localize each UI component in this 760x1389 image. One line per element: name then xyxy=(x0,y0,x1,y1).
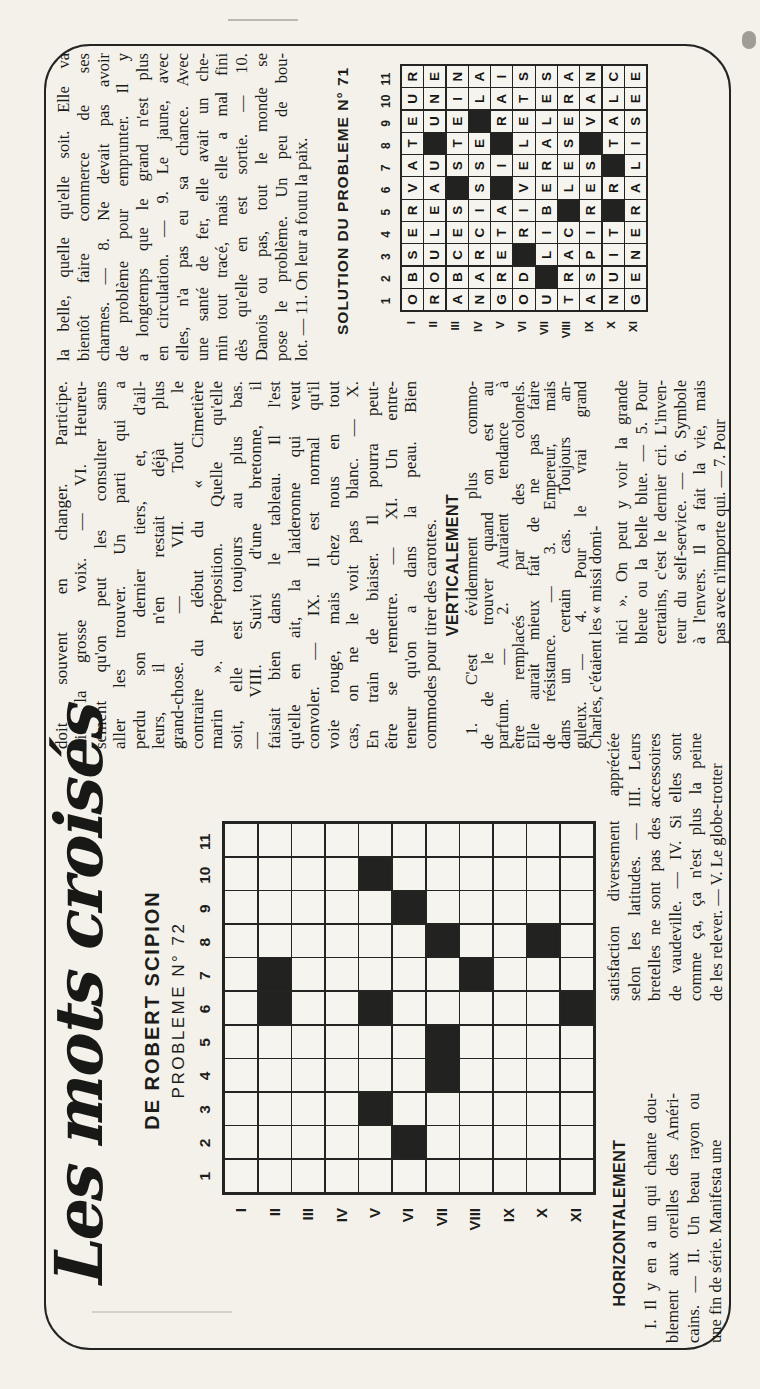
grid-label: 1 xyxy=(196,1160,218,1193)
cell-II-4: L xyxy=(424,222,445,243)
cell-XI-4 xyxy=(561,1059,593,1091)
cell-VI-6: V xyxy=(513,178,534,199)
cell-VIII-1 xyxy=(460,1160,492,1192)
cell-III-11: N xyxy=(447,66,468,87)
cell-III-5: S xyxy=(447,200,468,221)
cell-XI-11: E xyxy=(625,66,646,87)
cell-X-9 xyxy=(527,891,559,923)
grid-label: X xyxy=(600,315,622,349)
cell-VIII-11 xyxy=(460,824,492,856)
clues-horizontal-middle: satisfaction diversement appréciéeselon … xyxy=(604,733,728,1001)
cell-XI-2: E xyxy=(625,267,646,288)
text-line: une santé de fer, elle avait un che- xyxy=(193,53,213,361)
cell-III-4: E xyxy=(447,222,468,243)
problem-grid-column-labels: 1234567891011 xyxy=(196,825,218,1193)
scan-artifact xyxy=(742,31,756,49)
solution-grid-row-labels: IIIIIIIVVVIVIIVIIIIXXXI xyxy=(400,315,644,349)
cell-IV-6: S xyxy=(469,178,490,199)
cell-IX-1 xyxy=(494,1160,526,1192)
text-line: à l'envers. Il a fait la vie, mais xyxy=(690,380,710,644)
cell-VIII-3: A xyxy=(558,244,579,265)
cell-X-7-black xyxy=(603,155,624,176)
cell-VIII-7: E xyxy=(558,155,579,176)
cell-IX-10 xyxy=(494,858,526,890)
cell-VII-5-black xyxy=(427,1026,459,1058)
cell-X-11 xyxy=(527,824,559,856)
cell-VI-6 xyxy=(393,992,425,1024)
cell-VII-6: E xyxy=(536,178,557,199)
cell-XI-11 xyxy=(561,824,593,856)
cell-VII-3: L xyxy=(536,244,557,265)
cell-I-1 xyxy=(225,1160,257,1192)
cell-IV-9 xyxy=(326,891,358,923)
grid-label: 9 xyxy=(196,892,218,925)
text-line: nici ». On peut y voir la grande xyxy=(612,380,632,644)
grid-label: III xyxy=(291,1199,324,1243)
cell-IV-11 xyxy=(326,824,358,856)
cell-VII-10: E xyxy=(536,88,557,109)
grid-label: IX xyxy=(492,1199,525,1243)
cell-VI-10 xyxy=(393,858,425,890)
cell-IX-8 xyxy=(494,925,526,957)
cell-IV-8 xyxy=(326,925,358,957)
text-line: lot. — 11. On leur a foutu la paix. xyxy=(292,53,312,361)
cell-VIII-5 xyxy=(460,1026,492,1058)
cell-V-5: A xyxy=(491,200,512,221)
text-line: contraire du début du « Cimetière xyxy=(188,381,207,749)
cell-IX-8-black xyxy=(580,133,601,154)
cell-VII-3 xyxy=(427,1093,459,1125)
text-line: de résistance. — 3. Empereur, mais xyxy=(542,381,558,749)
cell-VIII-8 xyxy=(460,925,492,957)
cell-IV-7: S xyxy=(469,155,490,176)
grid-label: 3 xyxy=(379,245,397,267)
grid-label: VII xyxy=(533,315,555,349)
grid-label: 11 xyxy=(379,68,397,90)
cell-II-10 xyxy=(259,858,291,890)
text-line: marin ». Préposition. Quelle qu'elle xyxy=(207,381,226,749)
cell-XI-8: I xyxy=(625,133,646,154)
cell-XI-10: E xyxy=(625,88,646,109)
cell-VIII-5-black xyxy=(558,200,579,221)
text-line: être se remettre. — XI. Un entre- xyxy=(382,381,401,749)
text-line: Fit la grosse voix. — VI. Heureu- xyxy=(71,381,90,749)
text-line: — VIII. Suivi d'une bretonne, il xyxy=(246,381,265,749)
text-line: cains. — II. Un beau rayon ou xyxy=(683,1093,705,1343)
cell-V-6-black xyxy=(491,178,512,199)
text-line: guleux. — 4. Pour le vrai grand xyxy=(573,381,589,749)
text-line: I. Il y en a un qui chante dou- xyxy=(640,1093,662,1343)
cell-III-3: C xyxy=(447,244,468,265)
cell-VI-2-black xyxy=(393,1126,425,1158)
cell-II-7: U xyxy=(424,155,445,176)
cell-III-2 xyxy=(292,1126,324,1158)
cell-X-2: U xyxy=(603,267,624,288)
cell-III-5 xyxy=(292,1026,324,1058)
cell-IV-11: A xyxy=(469,66,490,87)
cell-I-2: B xyxy=(402,267,423,288)
cell-VIII-4 xyxy=(460,1059,492,1091)
cell-II-7-black xyxy=(259,958,291,990)
cell-I-8 xyxy=(225,925,257,957)
text-line: blement aux oreilles des Améri- xyxy=(662,1093,684,1343)
cell-I-10: U xyxy=(402,88,423,109)
cell-IX-10: A xyxy=(580,88,601,109)
grid-label: 2 xyxy=(196,1126,218,1159)
cell-XI-9: S xyxy=(625,111,646,132)
cell-XI-5: R xyxy=(625,200,646,221)
cell-V-2 xyxy=(359,1126,391,1158)
text-line: convoler. — IX. Il est normal qu'il xyxy=(304,381,323,749)
cell-IV-4: C xyxy=(469,222,490,243)
cell-VII-11 xyxy=(427,824,459,856)
grid-label: IX xyxy=(578,315,600,349)
cell-VI-3 xyxy=(393,1093,425,1125)
cell-IX-7: S xyxy=(580,155,601,176)
cell-V-4 xyxy=(359,1059,391,1091)
text-line: min tout tracé, mais elle a mal fini xyxy=(212,53,232,361)
text-line: pose le problème. Un peu de bou- xyxy=(272,53,292,361)
cell-XI-6: A xyxy=(625,178,646,199)
cell-IX-7 xyxy=(494,958,526,990)
cell-IV-3 xyxy=(326,1093,358,1125)
cell-V-11: I xyxy=(491,66,512,87)
cell-IX-5: R xyxy=(580,200,601,221)
cell-I-5: R xyxy=(402,200,423,221)
cell-IV-2: A xyxy=(469,267,490,288)
text-line: voie rouge, mais chez nous en tout xyxy=(324,381,343,749)
cell-II-8-black xyxy=(424,133,445,154)
cell-V-1 xyxy=(359,1160,391,1192)
cell-XI-7 xyxy=(561,958,593,990)
cell-IX-1: A xyxy=(580,289,601,310)
cell-VIII-6: L xyxy=(558,178,579,199)
cell-XI-8 xyxy=(561,925,593,957)
grid-label: XI xyxy=(559,1199,592,1243)
cell-XI-9 xyxy=(561,891,593,923)
cell-IV-2 xyxy=(326,1126,358,1158)
cell-VII-8-black xyxy=(427,925,459,957)
text-line: commodes pour tirer des carottes. xyxy=(421,381,440,749)
grid-label: 5 xyxy=(196,1026,218,1059)
text-line: Charles, c'étaient les « missi domi- xyxy=(588,381,604,749)
cell-X-1: N xyxy=(603,289,624,310)
cell-I-9: E xyxy=(402,111,423,132)
cell-X-8-black xyxy=(527,925,559,957)
cell-II-5: E xyxy=(424,200,445,221)
cell-I-7: A xyxy=(402,155,423,176)
text-line: leurs, il n'en restait déjà plus xyxy=(149,381,168,749)
cell-IV-6 xyxy=(326,992,358,1024)
cell-V-9: R xyxy=(491,111,512,132)
cell-II-6: A xyxy=(424,178,445,199)
cell-I-1: O xyxy=(402,289,423,310)
cell-V-4: T xyxy=(491,222,512,243)
text-line: comme ça, ça n'est plus la peine xyxy=(686,733,707,1001)
cell-II-2: O xyxy=(424,267,445,288)
text-line: être remplacés par des colonels. xyxy=(511,381,527,749)
cell-I-2 xyxy=(225,1126,257,1158)
cell-VIII-10 xyxy=(460,858,492,890)
text-line: sement qu'on peut les consulter sans xyxy=(91,381,110,749)
cell-I-4 xyxy=(225,1059,257,1091)
cell-VI-4 xyxy=(393,1059,425,1091)
cell-VI-9-black xyxy=(393,891,425,923)
problem-number-label: PROBLEME N° 72 xyxy=(169,825,189,1195)
grid-label: VIII xyxy=(555,315,577,349)
clues-horizontal-end: doit souvent en changer. Participe.Fit l… xyxy=(52,381,440,749)
cell-X-1 xyxy=(527,1160,559,1192)
grid-label: 10 xyxy=(196,858,218,891)
text-line: Danois ou pas, tout le monde se xyxy=(252,53,272,361)
cell-II-11: E xyxy=(424,66,445,87)
cell-X-10: L xyxy=(603,88,624,109)
cell-III-10 xyxy=(292,858,324,890)
grid-label: VI xyxy=(391,1199,424,1243)
cell-X-3 xyxy=(527,1093,559,1125)
text-line: bientôt faire commerce de ses xyxy=(74,53,94,361)
cell-III-9 xyxy=(292,891,324,923)
cell-VI-1 xyxy=(393,1160,425,1192)
cell-IX-4: I xyxy=(580,222,601,243)
cell-XI-10 xyxy=(561,858,593,890)
byline: DE ROBERT SCIPION xyxy=(141,825,164,1195)
cell-VII-7 xyxy=(427,958,459,990)
grid-label: 2 xyxy=(379,268,397,290)
cell-XI-3: N xyxy=(625,244,646,265)
cell-IV-1 xyxy=(326,1160,358,1192)
cell-I-9 xyxy=(225,891,257,923)
cell-XI-4: E xyxy=(625,222,646,243)
cell-VI-11 xyxy=(393,824,425,856)
cell-III-1: A xyxy=(447,289,468,310)
cell-II-1: R xyxy=(424,289,445,310)
clues-vertical-end: la belle, quelle qu'elle soit. Elle vabi… xyxy=(54,53,311,361)
cell-I-4: E xyxy=(402,222,423,243)
cell-VI-8: L xyxy=(513,133,534,154)
cell-IX-6 xyxy=(494,992,526,1024)
cell-VI-10: T xyxy=(513,88,534,109)
cell-VII-9 xyxy=(427,891,459,923)
cell-I-8: T xyxy=(402,133,423,154)
grid-label: VI xyxy=(511,315,533,349)
cell-I-3 xyxy=(225,1093,257,1125)
cell-VI-11: S xyxy=(513,66,534,87)
cell-III-8 xyxy=(292,925,324,957)
text-line: bretelles ne sont pas des accessoires xyxy=(645,733,666,1001)
cell-X-3: I xyxy=(603,244,624,265)
cell-V-9 xyxy=(359,891,391,923)
cell-VII-1 xyxy=(427,1160,459,1192)
text-line: faisait bien dans le tableau. Il l'est xyxy=(265,381,284,749)
cell-IX-9 xyxy=(494,891,526,923)
cell-IX-2 xyxy=(494,1126,526,1158)
cell-VI-9: E xyxy=(513,111,534,132)
cell-V-8 xyxy=(359,925,391,957)
clues-horizontal-start: I. Il y en a un qui chante dou-blement a… xyxy=(640,1093,726,1343)
cell-VII-11: S xyxy=(536,66,557,87)
cell-III-3 xyxy=(292,1093,324,1125)
cell-VIII-1: T xyxy=(558,289,579,310)
grid-label: 8 xyxy=(379,135,397,157)
grid-label: 6 xyxy=(196,992,218,1025)
cell-V-7: I xyxy=(491,155,512,176)
newspaper-scan: Les mots croisés DE ROBERT SCIPION PROBL… xyxy=(0,0,760,1389)
scan-artifact xyxy=(228,19,298,21)
text-line: de de le trouver quand on est au xyxy=(480,381,496,749)
grid-label: X xyxy=(525,1199,558,1243)
text-line: doit souvent en changer. Participe. xyxy=(52,381,71,749)
clues-vertical-start: 1. C'est évidemment plus commo-de de le … xyxy=(464,381,604,749)
cell-II-6-black xyxy=(259,992,291,1024)
page-title: Les mots croisés xyxy=(40,729,118,1289)
text-line: de vaudeville. — IV. Si elles sont xyxy=(666,733,687,1001)
text-line: satisfaction diversement appréciée xyxy=(604,733,625,1001)
grid-label: IV xyxy=(467,315,489,349)
cell-II-1 xyxy=(259,1160,291,1192)
cell-IV-10 xyxy=(326,858,358,890)
grid-label: VII xyxy=(425,1199,458,1243)
text-line: teneur qu'on a dans la peau. Bien xyxy=(401,381,420,749)
solution-grid-column-labels: 1234567891011 xyxy=(379,68,397,312)
cell-XI-2 xyxy=(561,1126,593,1158)
cell-III-9: E xyxy=(447,111,468,132)
cell-VIII-8: S xyxy=(558,133,579,154)
cell-II-4 xyxy=(259,1059,291,1091)
grid-label: 4 xyxy=(379,223,397,245)
cell-VII-7: R xyxy=(536,155,557,176)
cell-I-7 xyxy=(225,958,257,990)
cell-V-2: R xyxy=(491,267,512,288)
cell-X-8: T xyxy=(603,133,624,154)
cell-IX-11 xyxy=(494,824,526,856)
cell-VI-2: D xyxy=(513,267,534,288)
scan-artifact xyxy=(92,1312,232,1314)
cell-X-11: C xyxy=(603,66,624,87)
cell-XI-1: G xyxy=(625,289,646,310)
cell-VI-3-black xyxy=(513,244,534,265)
cell-I-11: R xyxy=(402,66,423,87)
crossword-grid-solution-71: OBSERVATEURROULEAUUNEABCESSTEINNARCISSEL… xyxy=(400,64,648,312)
cell-I-10 xyxy=(225,858,257,890)
text-line: soit, elle est toujours au plus bas. xyxy=(227,381,246,749)
cell-II-3: U xyxy=(424,244,445,265)
cell-II-11 xyxy=(259,824,291,856)
cell-III-6 xyxy=(292,992,324,1024)
cell-VIII-6 xyxy=(460,992,492,1024)
cell-III-10: I xyxy=(447,88,468,109)
cell-IV-5: I xyxy=(469,200,490,221)
grid-label: VIII xyxy=(458,1199,491,1243)
cell-VII-4: I xyxy=(536,222,557,243)
cell-XI-3 xyxy=(561,1093,593,1125)
cell-VIII-3 xyxy=(460,1093,492,1125)
cell-VI-5: I xyxy=(513,200,534,221)
cell-II-3 xyxy=(259,1093,291,1125)
cell-X-2 xyxy=(527,1126,559,1158)
grid-label: I xyxy=(400,315,422,349)
cell-V-6-black xyxy=(359,992,391,1024)
cell-V-7 xyxy=(359,958,391,990)
text-line: selon les latitudes. — III. Leurs xyxy=(625,733,646,1001)
text-line: 1. C'est évidemment plus commo- xyxy=(464,381,480,749)
text-line: elles, n'a pas eu sa chance. Avec xyxy=(173,53,193,361)
cell-VIII-9 xyxy=(460,891,492,923)
cell-II-5 xyxy=(259,1026,291,1058)
cell-VIII-4: C xyxy=(558,222,579,243)
cell-I-11 xyxy=(225,824,257,856)
text-line: grand-chose. — VII. Tout le xyxy=(168,381,187,749)
cell-VI-1: O xyxy=(513,289,534,310)
cell-X-5-black xyxy=(603,200,624,221)
cell-VII-2-black xyxy=(536,267,557,288)
cell-XI-7: L xyxy=(625,155,646,176)
text-line: une fin de série. Manifesta une xyxy=(705,1093,727,1343)
cell-X-6 xyxy=(527,992,559,1024)
cell-IX-6: E xyxy=(580,178,601,199)
cell-X-5 xyxy=(527,1026,559,1058)
horizontalement-header: HORIZONTALEMENT xyxy=(611,1097,629,1349)
grid-label: 6 xyxy=(379,179,397,201)
cell-IX-2: S xyxy=(580,267,601,288)
cell-IV-4 xyxy=(326,1059,358,1091)
text-line: a longtemps que le grand n'est plus xyxy=(133,53,153,361)
cell-V-10-black xyxy=(359,858,391,890)
text-line: teur du self-service. — 6. Symbole xyxy=(671,380,691,644)
text-line: dans un certain cas. Toujours an- xyxy=(557,381,573,749)
cell-III-11 xyxy=(292,824,324,856)
grid-label: V xyxy=(358,1199,391,1243)
cell-VII-9: L xyxy=(536,111,557,132)
cell-VII-4-black xyxy=(427,1059,459,1091)
grid-label: 5 xyxy=(379,201,397,223)
cell-VII-10 xyxy=(427,858,459,890)
cell-V-5 xyxy=(359,1026,391,1058)
cell-VI-7 xyxy=(393,958,425,990)
cell-VII-5: B xyxy=(536,200,557,221)
cell-III-7: S xyxy=(447,155,468,176)
cell-VII-8: A xyxy=(536,133,557,154)
cell-VII-6 xyxy=(427,992,459,1024)
cell-IV-5 xyxy=(326,1026,358,1058)
grid-label: I xyxy=(224,1199,257,1243)
cell-VIII-2 xyxy=(460,1126,492,1158)
text-line: perdu son dernier tiers, et, d'ail- xyxy=(130,381,149,749)
text-line: en circulation. — 9. Le jaune, avec xyxy=(153,53,173,361)
cell-XI-5 xyxy=(561,1026,593,1058)
text-line: certains, c'est le dernier cri. L'inven- xyxy=(651,380,671,644)
cell-II-10: N xyxy=(424,88,445,109)
cell-VIII-2: R xyxy=(558,267,579,288)
solution-header: SOLUTION DU PROBLEME N° 71 xyxy=(334,35,352,335)
rotated-page: Les mots croisés DE ROBERT SCIPION PROBL… xyxy=(0,0,760,1389)
grid-label: 8 xyxy=(196,925,218,958)
cell-II-9 xyxy=(259,891,291,923)
verticalement-header: VERTICALEMENT xyxy=(444,381,462,749)
cell-III-6-black xyxy=(447,178,468,199)
cell-X-9: A xyxy=(603,111,624,132)
grid-label: 1 xyxy=(379,290,397,312)
cell-VIII-9: E xyxy=(558,111,579,132)
text-line: Elle aurait mieux fait de ne pas faire xyxy=(526,381,542,749)
text-line: charmes. — 8. Ne devait pas avoir xyxy=(94,53,114,361)
cell-V-3: E xyxy=(491,244,512,265)
cell-III-1 xyxy=(292,1160,324,1192)
cell-VII-1: U xyxy=(536,289,557,310)
cell-V-1: G xyxy=(491,289,512,310)
cell-IX-3 xyxy=(494,1093,526,1125)
cell-VIII-7-black xyxy=(460,958,492,990)
